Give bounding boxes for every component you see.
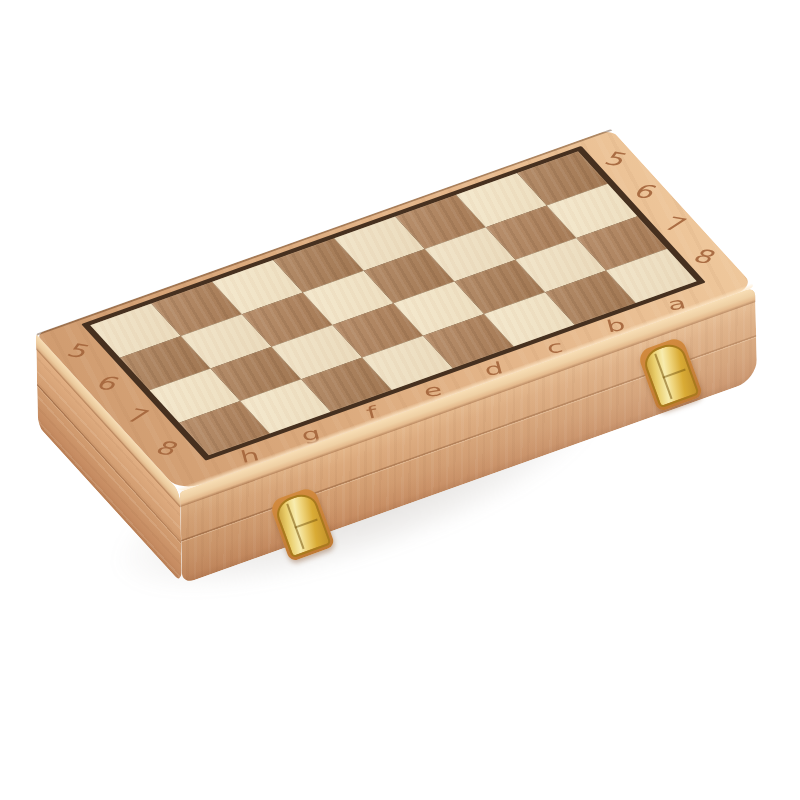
rank-label-right-8: 8 [674, 235, 736, 279]
chess-box-photo: hgfedcba 5678 5678 [0, 0, 800, 800]
